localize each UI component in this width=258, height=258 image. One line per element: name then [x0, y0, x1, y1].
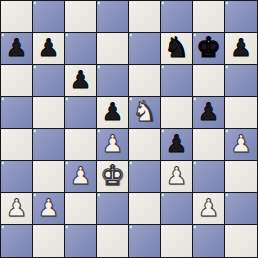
black-pawn[interactable]: ♟: [230, 36, 252, 60]
square-d6[interactable]: [97, 65, 129, 97]
square-d1[interactable]: [97, 225, 129, 257]
chess-board: ♟♟♞♚♟♟♟♞♟♟♟♟♟♚♟♟♟♟: [0, 0, 258, 258]
white-pawn[interactable]: ♟: [70, 164, 92, 188]
square-g1[interactable]: [193, 225, 225, 257]
black-king[interactable]: ♚: [196, 34, 221, 62]
square-h7[interactable]: ♟: [225, 33, 257, 65]
square-a6[interactable]: [1, 65, 33, 97]
white-pawn[interactable]: ♟: [230, 132, 252, 156]
black-pawn[interactable]: ♟: [70, 68, 92, 92]
square-h4[interactable]: ♟: [225, 129, 257, 161]
square-g6[interactable]: [193, 65, 225, 97]
square-c3[interactable]: ♟: [65, 161, 97, 193]
square-c5[interactable]: [65, 97, 97, 129]
black-pawn[interactable]: ♟: [6, 36, 28, 60]
square-g8[interactable]: [193, 1, 225, 33]
black-pawn[interactable]: ♟: [38, 36, 60, 60]
square-g7[interactable]: ♚: [193, 33, 225, 65]
white-king[interactable]: ♚: [100, 162, 125, 190]
square-c1[interactable]: [65, 225, 97, 257]
white-pawn[interactable]: ♟: [198, 196, 220, 220]
black-pawn[interactable]: ♟: [166, 132, 188, 156]
square-b8[interactable]: [33, 1, 65, 33]
square-h2[interactable]: [225, 193, 257, 225]
square-a7[interactable]: ♟: [1, 33, 33, 65]
square-a5[interactable]: [1, 97, 33, 129]
black-pawn[interactable]: ♟: [102, 100, 124, 124]
square-b6[interactable]: [33, 65, 65, 97]
white-pawn[interactable]: ♟: [166, 164, 188, 188]
black-knight[interactable]: ♞: [164, 34, 189, 62]
square-c7[interactable]: [65, 33, 97, 65]
square-b7[interactable]: ♟: [33, 33, 65, 65]
square-d4[interactable]: ♟: [97, 129, 129, 161]
square-f7[interactable]: ♞: [161, 33, 193, 65]
square-c6[interactable]: ♟: [65, 65, 97, 97]
square-e8[interactable]: [129, 1, 161, 33]
square-a1[interactable]: [1, 225, 33, 257]
white-knight[interactable]: ♞: [132, 98, 157, 126]
square-h5[interactable]: [225, 97, 257, 129]
square-h1[interactable]: [225, 225, 257, 257]
white-pawn[interactable]: ♟: [6, 196, 28, 220]
black-pawn[interactable]: ♟: [198, 100, 220, 124]
square-h6[interactable]: [225, 65, 257, 97]
square-h8[interactable]: [225, 1, 257, 33]
square-g2[interactable]: ♟: [193, 193, 225, 225]
square-f2[interactable]: [161, 193, 193, 225]
square-c4[interactable]: [65, 129, 97, 161]
square-f1[interactable]: [161, 225, 193, 257]
square-f8[interactable]: [161, 1, 193, 33]
square-c8[interactable]: [65, 1, 97, 33]
square-g5[interactable]: ♟: [193, 97, 225, 129]
square-e5[interactable]: ♞: [129, 97, 161, 129]
square-b1[interactable]: [33, 225, 65, 257]
square-f4[interactable]: ♟: [161, 129, 193, 161]
square-e2[interactable]: [129, 193, 161, 225]
square-h3[interactable]: [225, 161, 257, 193]
square-g4[interactable]: [193, 129, 225, 161]
square-b4[interactable]: [33, 129, 65, 161]
square-e1[interactable]: [129, 225, 161, 257]
square-a8[interactable]: [1, 1, 33, 33]
square-e4[interactable]: [129, 129, 161, 161]
square-a2[interactable]: ♟: [1, 193, 33, 225]
white-pawn[interactable]: ♟: [38, 196, 60, 220]
square-f6[interactable]: [161, 65, 193, 97]
square-e6[interactable]: [129, 65, 161, 97]
square-d7[interactable]: [97, 33, 129, 65]
square-c2[interactable]: [65, 193, 97, 225]
square-b3[interactable]: [33, 161, 65, 193]
white-pawn[interactable]: ♟: [102, 132, 124, 156]
square-d5[interactable]: ♟: [97, 97, 129, 129]
square-f5[interactable]: [161, 97, 193, 129]
square-d8[interactable]: [97, 1, 129, 33]
square-d2[interactable]: [97, 193, 129, 225]
square-e7[interactable]: [129, 33, 161, 65]
square-f3[interactable]: ♟: [161, 161, 193, 193]
square-b2[interactable]: ♟: [33, 193, 65, 225]
square-e3[interactable]: [129, 161, 161, 193]
square-a3[interactable]: [1, 161, 33, 193]
square-g3[interactable]: [193, 161, 225, 193]
square-a4[interactable]: [1, 129, 33, 161]
square-d3[interactable]: ♚: [97, 161, 129, 193]
square-b5[interactable]: [33, 97, 65, 129]
